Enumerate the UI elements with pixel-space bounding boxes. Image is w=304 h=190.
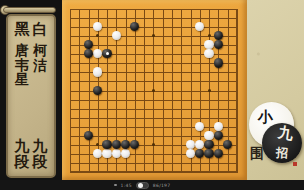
white-stone-R6	[214, 122, 223, 131]
white-stone-E3	[102, 149, 111, 158]
logo-char-wei: 围	[250, 146, 264, 160]
player-text-char: 星	[15, 72, 29, 86]
black-stone-C5	[84, 131, 93, 140]
logo-red-seal	[293, 162, 297, 166]
bullet-icon	[114, 184, 117, 187]
black-white-toggle[interactable]	[136, 182, 149, 189]
star-point	[152, 89, 155, 92]
star-point	[152, 143, 155, 146]
black-stone-R5	[214, 131, 223, 140]
logo-char-jiu: 九	[277, 125, 294, 142]
playback-controls: 1:45 86/197	[114, 180, 170, 190]
scroll-roller	[3, 7, 56, 13]
white-stone-Q5	[204, 131, 213, 140]
toggle-knob	[138, 183, 143, 188]
black-stone-R13	[214, 58, 223, 67]
black-stone-Q3	[204, 149, 213, 158]
black-stone-R3	[214, 149, 223, 158]
black-stone-E4	[102, 140, 111, 149]
move-counter-text: 86/197	[153, 183, 171, 188]
star-point	[208, 34, 211, 37]
player-text-char: 柯	[33, 43, 47, 57]
player-text-char: 黑	[15, 22, 30, 37]
black-stone-F4	[112, 140, 121, 149]
black-player-column: 黑唐韦星九段	[12, 22, 32, 170]
white-stone-F3	[112, 149, 121, 158]
go-board[interactable]	[62, 0, 247, 180]
white-stone-D12	[93, 67, 102, 76]
player-text-char: 洁	[33, 58, 47, 72]
player-text-char: 段	[33, 155, 48, 170]
player-scroll-paper: 白柯洁九段 黑唐韦星九段	[6, 14, 56, 178]
logo-char-xiao: 小	[258, 110, 273, 125]
black-stone-Q4	[204, 140, 213, 149]
side-paper-panel: 小 围 九 招	[247, 0, 304, 180]
player-info-panel: 白柯洁九段 黑唐韦星九段	[0, 0, 62, 180]
player-text-char: 段	[15, 155, 30, 170]
go-broadcast-screen: 白柯洁九段 黑唐韦星九段 小 围 九 招 1:45 86/197	[0, 0, 304, 190]
player-text-char: 唐	[15, 43, 29, 57]
player-text-char: 白	[33, 22, 48, 37]
playback-bar: 1:45 86/197	[0, 180, 304, 190]
star-point	[208, 89, 211, 92]
white-player-column: 白柯洁九段	[30, 22, 50, 170]
logo-char-zhao: 招	[276, 147, 289, 160]
move-timer-text: 1:45	[121, 183, 132, 188]
last-move-marker	[106, 52, 109, 55]
black-stone-D10	[93, 86, 102, 95]
white-stone-Q15	[204, 40, 213, 49]
player-text-char: 韦	[15, 58, 29, 72]
